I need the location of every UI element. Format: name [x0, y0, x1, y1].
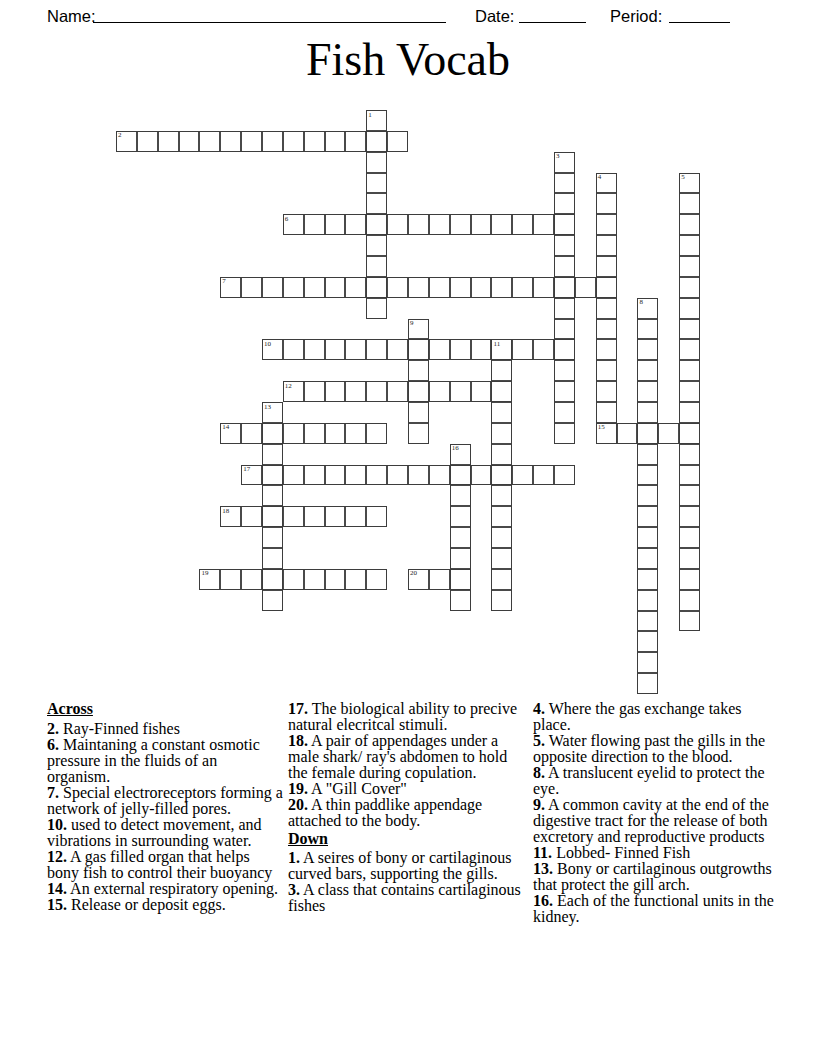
grid-cell[interactable] — [325, 506, 346, 527]
clue-14: 14. An external respiratory opening. — [47, 881, 284, 897]
grid-cell[interactable] — [491, 444, 512, 465]
grid-cell[interactable] — [491, 590, 512, 611]
grid-cell[interactable] — [450, 214, 471, 235]
grid-cell[interactable] — [637, 444, 658, 465]
grid-cell[interactable] — [366, 423, 387, 444]
grid-cell[interactable] — [575, 277, 596, 298]
grid-cell[interactable] — [325, 339, 346, 360]
grid-cell[interactable] — [408, 569, 429, 590]
grid-cell[interactable] — [345, 339, 366, 360]
grid-cell[interactable] — [491, 506, 512, 527]
grid-cell[interactable] — [679, 298, 700, 319]
grid-cell[interactable] — [366, 381, 387, 402]
grid-cell[interactable] — [366, 569, 387, 590]
grid-cell[interactable] — [554, 339, 575, 360]
clue-10: 10. used to detect movement, and vibrati… — [47, 817, 284, 849]
grid-cell[interactable] — [637, 631, 658, 652]
grid-cell[interactable] — [679, 444, 700, 465]
grid-cell[interactable] — [345, 381, 366, 402]
grid-cell[interactable] — [596, 402, 617, 423]
grid-cell[interactable] — [450, 485, 471, 506]
grid-cell[interactable] — [408, 214, 429, 235]
grid-cell[interactable] — [533, 277, 554, 298]
grid-cell[interactable] — [658, 423, 679, 444]
grid-cell[interactable] — [491, 423, 512, 444]
grid-cell[interactable] — [637, 360, 658, 381]
grid-cell[interactable] — [366, 256, 387, 277]
clue-number: 2. — [47, 720, 59, 737]
grid-cell[interactable] — [366, 339, 387, 360]
grid-cell[interactable] — [596, 193, 617, 214]
grid-cell[interactable] — [471, 214, 492, 235]
grid-cell[interactable] — [491, 214, 512, 235]
grid-cell[interactable] — [387, 131, 408, 152]
clue-5: 5. Water flowing past the gills in the o… — [533, 733, 779, 765]
grid-cell[interactable] — [450, 590, 471, 611]
grid-cell[interactable] — [325, 569, 346, 590]
grid-cell[interactable] — [679, 527, 700, 548]
grid-cell[interactable] — [304, 277, 325, 298]
grid-cell[interactable] — [512, 339, 533, 360]
grid-cell[interactable] — [471, 277, 492, 298]
grid-cell[interactable] — [637, 590, 658, 611]
clue-number: 19. — [288, 780, 308, 797]
grid-cell[interactable] — [491, 527, 512, 548]
grid-cell[interactable] — [596, 173, 617, 194]
grid-cell[interactable] — [387, 465, 408, 486]
grid-cell[interactable] — [429, 465, 450, 486]
clue-number: 12. — [47, 848, 67, 865]
grid-cell[interactable] — [679, 360, 700, 381]
clue-number: 6. — [47, 736, 59, 753]
grid-cell[interactable] — [262, 590, 283, 611]
grid-cell[interactable] — [220, 506, 241, 527]
grid-cell[interactable] — [408, 402, 429, 423]
grid-cell[interactable] — [637, 339, 658, 360]
grid-cell[interactable] — [179, 131, 200, 152]
grid-cell[interactable] — [262, 423, 283, 444]
grid-cell[interactable] — [554, 465, 575, 486]
clue-17: 17. The biological ability to precive na… — [288, 701, 522, 733]
clue-number: 15. — [47, 896, 67, 913]
clues-column-2: 17. The biological ability to precive na… — [288, 701, 522, 914]
clue-number: 13. — [533, 860, 553, 877]
grid-cell[interactable] — [408, 423, 429, 444]
grid-cell[interactable] — [596, 381, 617, 402]
grid-cell[interactable] — [554, 214, 575, 235]
grid-cell[interactable] — [512, 465, 533, 486]
period-label: Period: — [610, 7, 662, 26]
clue-number: 1. — [288, 849, 300, 866]
clue-1: 1. A seires of bony or cartilaginous cur… — [288, 850, 522, 882]
clue-18: 18. A pair of appendages under a male sh… — [288, 733, 522, 781]
grid-cell[interactable] — [450, 527, 471, 548]
grid-cell[interactable] — [241, 131, 262, 152]
grid-cell[interactable] — [491, 548, 512, 569]
grid-cell[interactable] — [450, 381, 471, 402]
grid-cell[interactable] — [262, 569, 283, 590]
grid-cell[interactable] — [637, 506, 658, 527]
grid-cell[interactable] — [429, 277, 450, 298]
name-label: Name: — [47, 7, 96, 26]
grid-cell[interactable] — [220, 277, 241, 298]
grid-cell[interactable] — [554, 402, 575, 423]
grid-cell[interactable] — [283, 339, 304, 360]
grid-cell[interactable] — [679, 214, 700, 235]
grid-cell[interactable] — [637, 381, 658, 402]
grid-cell[interactable] — [325, 465, 346, 486]
grid-cell[interactable] — [366, 214, 387, 235]
grid-cell[interactable] — [345, 423, 366, 444]
grid-cell[interactable] — [283, 131, 304, 152]
worksheet-header: Name: Date: Period: — [0, 0, 816, 30]
grid-cell[interactable] — [471, 381, 492, 402]
clue-19: 19. A "Gill Cover" — [288, 781, 522, 797]
grid-cell[interactable] — [533, 465, 554, 486]
grid-cell[interactable] — [262, 444, 283, 465]
grid-cell[interactable] — [679, 465, 700, 486]
clue-11: 11. Lobbed- Finned Fish — [533, 845, 779, 861]
grid-cell[interactable] — [637, 402, 658, 423]
grid-cell[interactable] — [679, 339, 700, 360]
grid-cell[interactable] — [345, 569, 366, 590]
grid-cell[interactable] — [241, 465, 262, 486]
clue-number: 8. — [533, 764, 545, 781]
grid-cell[interactable] — [429, 339, 450, 360]
clue-number: 18. — [288, 732, 308, 749]
grid-cell[interactable] — [283, 277, 304, 298]
grid-cell[interactable] — [220, 569, 241, 590]
clue-2: 2. Ray-Finned fishes — [47, 721, 284, 737]
grid-cell[interactable] — [262, 339, 283, 360]
clue-number: 17. — [288, 700, 308, 717]
grid-cell[interactable] — [554, 319, 575, 340]
clue-number: 7. — [47, 784, 59, 801]
clue-number: 20. — [288, 796, 308, 813]
grid-cell[interactable] — [679, 256, 700, 277]
grid-cell[interactable] — [220, 131, 241, 152]
grid-cell[interactable] — [554, 235, 575, 256]
grid-cell[interactable] — [366, 152, 387, 173]
grid-cell[interactable] — [304, 423, 325, 444]
clue-number: 14. — [47, 880, 67, 897]
grid-cell[interactable] — [554, 193, 575, 214]
grid-cell[interactable] — [554, 277, 575, 298]
grid-cell[interactable] — [471, 465, 492, 486]
grid-cell[interactable] — [679, 485, 700, 506]
grid-cell[interactable] — [408, 319, 429, 340]
grid-cell[interactable] — [304, 381, 325, 402]
grid-cell[interactable] — [366, 465, 387, 486]
grid-cell[interactable] — [450, 444, 471, 465]
grid-cell[interactable] — [429, 214, 450, 235]
clue-9: 9. A common cavity at the end of the dig… — [533, 797, 779, 845]
grid-cell[interactable] — [304, 506, 325, 527]
grid-cell[interactable] — [679, 590, 700, 611]
grid-cell[interactable] — [596, 214, 617, 235]
grid-cell[interactable] — [596, 339, 617, 360]
grid-cell[interactable] — [283, 423, 304, 444]
grid-cell[interactable] — [554, 173, 575, 194]
grid-cell[interactable] — [554, 256, 575, 277]
grid-cell[interactable] — [596, 319, 617, 340]
grid-cell[interactable] — [679, 235, 700, 256]
worksheet-title: Fish Vocab — [0, 33, 816, 86]
crossword-board: 1234567891011121314151617181920 — [116, 110, 701, 695]
grid-cell[interactable] — [637, 485, 658, 506]
grid-cell[interactable] — [491, 381, 512, 402]
grid-cell[interactable] — [241, 423, 262, 444]
grid-cell[interactable] — [241, 277, 262, 298]
grid-cell[interactable] — [450, 339, 471, 360]
grid-cell[interactable] — [408, 381, 429, 402]
grid-cell[interactable] — [387, 381, 408, 402]
grid-cell[interactable] — [491, 360, 512, 381]
grid-cell[interactable] — [325, 131, 346, 152]
clue-number: 9. — [533, 796, 545, 813]
down-header: Down — [288, 831, 522, 847]
grid-cell[interactable] — [637, 652, 658, 673]
grid-cell[interactable] — [429, 381, 450, 402]
grid-cell[interactable] — [325, 423, 346, 444]
clue-number: 5. — [533, 732, 545, 749]
grid-cell[interactable] — [366, 173, 387, 194]
grid-cell[interactable] — [199, 131, 220, 152]
grid-cell[interactable] — [554, 298, 575, 319]
grid-cell[interactable] — [679, 423, 700, 444]
clue-16: 16. Each of the functional units in the … — [533, 893, 779, 925]
grid-cell[interactable] — [241, 569, 262, 590]
grid-cell[interactable] — [554, 423, 575, 444]
grid-cell[interactable] — [241, 506, 262, 527]
clue-20: 20. A thin paddlike appendage attached t… — [288, 797, 522, 829]
grid-cell[interactable] — [262, 506, 283, 527]
grid-cell[interactable] — [491, 402, 512, 423]
grid-cell[interactable] — [679, 611, 700, 632]
clue-7: 7. Special electroreceptors forming a ne… — [47, 785, 284, 817]
grid-cell[interactable] — [283, 214, 304, 235]
grid-cell[interactable] — [366, 506, 387, 527]
grid-cell[interactable] — [471, 339, 492, 360]
grid-cell[interactable] — [491, 569, 512, 590]
grid-cell[interactable] — [325, 214, 346, 235]
grid-cell[interactable] — [596, 423, 617, 444]
grid-cell[interactable] — [408, 465, 429, 486]
grid-cell[interactable] — [679, 506, 700, 527]
grid-cell[interactable] — [450, 506, 471, 527]
clue-13: 13. Bony or cartilaginous outgrowths tha… — [533, 861, 779, 893]
grid-cell[interactable] — [679, 569, 700, 590]
grid-cell[interactable] — [304, 339, 325, 360]
grid-cell[interactable] — [637, 611, 658, 632]
grid-cell[interactable] — [304, 569, 325, 590]
clues-column-3: 4. Where the gas exchange takes place.5.… — [533, 701, 779, 925]
grid-cell[interactable] — [679, 319, 700, 340]
grid-cell[interactable] — [366, 110, 387, 131]
grid-cell[interactable] — [637, 298, 658, 319]
clue-15: 15. Release or deposit eggs. — [47, 897, 284, 913]
grid-cell[interactable] — [429, 569, 450, 590]
clue-number: 4. — [533, 700, 545, 717]
grid-cell[interactable] — [366, 298, 387, 319]
clue-number: 3. — [288, 881, 300, 898]
clue-number: 11. — [533, 844, 552, 861]
grid-cell[interactable] — [366, 193, 387, 214]
period-blank-line[interactable] — [669, 8, 730, 23]
grid-cell[interactable] — [491, 465, 512, 486]
grid-cell[interactable] — [512, 214, 533, 235]
clue-8: 8. A translucent eyelid to protect the e… — [533, 765, 779, 797]
date-blank-line[interactable] — [519, 8, 586, 23]
grid-cell[interactable] — [554, 360, 575, 381]
grid-cell[interactable] — [491, 339, 512, 360]
grid-cell[interactable] — [450, 569, 471, 590]
grid-cell[interactable] — [262, 277, 283, 298]
grid-cell[interactable] — [596, 256, 617, 277]
grid-cell[interactable] — [366, 235, 387, 256]
grid-cell[interactable] — [325, 381, 346, 402]
grid-cell[interactable] — [533, 214, 554, 235]
grid-cell[interactable] — [679, 173, 700, 194]
grid-cell[interactable] — [637, 527, 658, 548]
grid-cell[interactable] — [304, 214, 325, 235]
grid-cell[interactable] — [679, 402, 700, 423]
grid-cell[interactable] — [637, 319, 658, 340]
grid-cell[interactable] — [450, 548, 471, 569]
grid-cell[interactable] — [137, 131, 158, 152]
grid-cell[interactable] — [325, 277, 346, 298]
grid-cell[interactable] — [596, 235, 617, 256]
grid-cell[interactable] — [408, 360, 429, 381]
grid-cell[interactable] — [637, 569, 658, 590]
grid-cell[interactable] — [116, 131, 137, 152]
grid-cell[interactable] — [283, 506, 304, 527]
grid-cell[interactable] — [450, 277, 471, 298]
grid-cell[interactable] — [637, 548, 658, 569]
name-blank-line[interactable] — [93, 8, 446, 23]
grid-cell[interactable] — [554, 152, 575, 173]
worksheet-page: Name: Date: Period: Fish Vocab 123456789… — [0, 0, 816, 1056]
grid-cell[interactable] — [345, 131, 366, 152]
grid-cell[interactable] — [679, 548, 700, 569]
grid-cell[interactable] — [262, 465, 283, 486]
grid-cell[interactable] — [283, 569, 304, 590]
grid-cell[interactable] — [262, 131, 283, 152]
grid-cell[interactable] — [491, 485, 512, 506]
grid-cell[interactable] — [283, 381, 304, 402]
grid-cell[interactable] — [408, 339, 429, 360]
grid-cell[interactable] — [554, 381, 575, 402]
grid-cell[interactable] — [262, 527, 283, 548]
grid-cell[interactable] — [283, 465, 304, 486]
grid-cell[interactable] — [617, 423, 638, 444]
grid-cell[interactable] — [262, 485, 283, 506]
grid-cell[interactable] — [345, 214, 366, 235]
grid-cell[interactable] — [345, 277, 366, 298]
clue-3: 3. A class that contains cartilaginous f… — [288, 882, 522, 914]
clues-column-1: Across2. Ray-Finned fishes6. Maintaning … — [47, 701, 284, 913]
clue-6: 6. Maintaning a constant osmotic pressur… — [47, 737, 284, 785]
grid-cell[interactable] — [637, 673, 658, 694]
grid-cell[interactable] — [366, 131, 387, 152]
grid-cell[interactable] — [304, 465, 325, 486]
grid-cell[interactable] — [158, 131, 179, 152]
grid-cell[interactable] — [387, 339, 408, 360]
grid-cell[interactable] — [262, 402, 283, 423]
grid-cell[interactable] — [491, 277, 512, 298]
grid-cell[interactable] — [512, 277, 533, 298]
grid-cell[interactable] — [450, 465, 471, 486]
grid-cell[interactable] — [345, 465, 366, 486]
clue-number: 16. — [533, 892, 553, 909]
grid-cell[interactable] — [679, 277, 700, 298]
grid-cell[interactable] — [387, 214, 408, 235]
grid-cell[interactable] — [637, 423, 658, 444]
grid-cell[interactable] — [596, 277, 617, 298]
grid-cell[interactable] — [533, 339, 554, 360]
date-label: Date: — [475, 7, 514, 26]
grid-cell[interactable] — [262, 548, 283, 569]
grid-cell[interactable] — [220, 423, 241, 444]
grid-cell[interactable] — [596, 360, 617, 381]
across-header: Across — [47, 701, 284, 717]
grid-cell[interactable] — [199, 569, 220, 590]
grid-cell[interactable] — [304, 131, 325, 152]
grid-cell[interactable] — [679, 381, 700, 402]
clue-12: 12. A gas filled organ that helps bony f… — [47, 849, 284, 881]
grid-cell[interactable] — [387, 277, 408, 298]
grid-cell[interactable] — [345, 506, 366, 527]
grid-cell[interactable] — [596, 298, 617, 319]
grid-cell[interactable] — [637, 465, 658, 486]
grid-cell[interactable] — [366, 277, 387, 298]
clue-number: 10. — [47, 816, 67, 833]
grid-cell[interactable] — [408, 277, 429, 298]
grid-cell[interactable] — [679, 193, 700, 214]
clue-4: 4. Where the gas exchange takes place. — [533, 701, 779, 733]
